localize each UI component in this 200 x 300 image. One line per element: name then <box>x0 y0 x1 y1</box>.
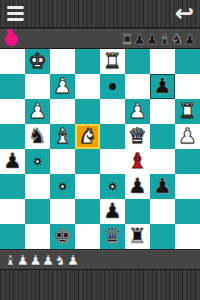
unsafe-move-star <box>33 157 43 167</box>
piece-white-pawn-f6[interactable]: ♟ <box>128 99 147 124</box>
piece-black-rook-f1[interactable]: ♜ <box>128 224 147 249</box>
square-g7[interactable]: ♟ <box>150 74 175 99</box>
square-e2[interactable]: ♟ <box>100 199 125 224</box>
square-h2[interactable] <box>175 199 200 224</box>
square-g8[interactable] <box>150 49 175 74</box>
hamburger-icon <box>7 6 24 9</box>
square-b4[interactable] <box>25 149 50 174</box>
piece-black-king-c1[interactable]: ♚ <box>53 224 72 249</box>
square-a5[interactable] <box>0 124 25 149</box>
piece-black-queen-e1[interactable]: ♛ <box>103 224 122 249</box>
square-a3[interactable] <box>0 174 25 199</box>
top-bar: ↩ <box>0 0 200 28</box>
square-d8[interactable] <box>75 49 100 74</box>
square-e3[interactable] <box>100 174 125 199</box>
square-e5[interactable] <box>100 124 125 149</box>
square-c8[interactable] <box>50 49 75 74</box>
piece-white-pawn-c7[interactable]: ♟ <box>53 74 72 99</box>
square-g5[interactable] <box>150 124 175 149</box>
captured-piece-bishop: ♝ <box>158 29 171 49</box>
captured-piece-knight: ♞ <box>54 250 67 270</box>
hamburger-icon <box>7 18 24 21</box>
piece-white-knight-d5[interactable]: ♞ <box>78 124 97 149</box>
square-b7[interactable] <box>25 74 50 99</box>
captured-piece-pawn: ♟ <box>183 29 196 49</box>
square-f2[interactable] <box>125 199 150 224</box>
square-f1[interactable]: ♜ <box>125 224 150 249</box>
square-h6[interactable]: ♜ <box>175 99 200 124</box>
square-a6[interactable] <box>0 99 25 124</box>
piece-white-pawn-b6[interactable]: ♟ <box>28 99 47 124</box>
square-e4[interactable] <box>100 149 125 174</box>
piece-black-knight-b5[interactable]: ♞ <box>28 124 47 149</box>
square-a8[interactable] <box>0 49 25 74</box>
square-h7[interactable] <box>175 74 200 99</box>
captured-piece-rook: ♜ <box>121 29 134 49</box>
captured-pieces-tray-bottom: ♝♟♟♟♞♟ <box>0 249 200 270</box>
square-g6[interactable] <box>150 99 175 124</box>
undo-button[interactable]: ↩ <box>175 0 194 27</box>
square-d3[interactable] <box>75 174 100 199</box>
captured-pieces-tray-top: ♜♟♟♝♞♟ <box>0 28 200 49</box>
square-f6[interactable]: ♟ <box>125 99 150 124</box>
square-f5[interactable]: ♛ <box>125 124 150 149</box>
captured-white-pieces: ♝♟♟♟♞♟ <box>4 250 79 270</box>
chess-board: ♚♜♟♟♟♟♜♞♝♞♛♟♟♝♟♟♟♚♛♜ <box>0 49 200 249</box>
piece-black-pawn-f3[interactable]: ♟ <box>128 174 147 199</box>
square-c4[interactable] <box>50 149 75 174</box>
unsafe-move-star <box>58 182 68 192</box>
square-d7[interactable] <box>75 74 100 99</box>
piece-white-queen-f5[interactable]: ♛ <box>128 124 147 149</box>
piece-white-rook-e8[interactable]: ♜ <box>103 49 122 74</box>
captured-piece-pawn: ♟ <box>42 250 55 270</box>
piece-black-bishop-f4[interactable]: ♝ <box>128 149 147 174</box>
square-a4[interactable]: ♟ <box>0 149 25 174</box>
square-f4[interactable]: ♝ <box>125 149 150 174</box>
square-b3[interactable] <box>25 174 50 199</box>
square-f3[interactable]: ♟ <box>125 174 150 199</box>
square-b5[interactable]: ♞ <box>25 124 50 149</box>
square-g2[interactable] <box>150 199 175 224</box>
square-h4[interactable] <box>175 149 200 174</box>
square-h3[interactable] <box>175 174 200 199</box>
hamburger-icon <box>7 12 24 15</box>
square-c5[interactable]: ♝ <box>50 124 75 149</box>
captured-piece-pawn: ♟ <box>133 29 146 49</box>
unsafe-move-star <box>108 182 118 192</box>
piece-white-king-b8[interactable]: ♚ <box>28 49 47 74</box>
captured-piece-pawn: ♟ <box>67 250 80 270</box>
captured-piece-bishop: ♝ <box>4 250 17 270</box>
square-c6[interactable] <box>50 99 75 124</box>
captured-black-pieces: ♜♟♟♝♞♟ <box>121 29 196 49</box>
captured-piece-pawn: ♟ <box>29 250 42 270</box>
pink-bomb-icon <box>5 33 18 46</box>
piece-black-pawn-e2[interactable]: ♟ <box>103 199 122 224</box>
square-e6[interactable] <box>100 99 125 124</box>
piece-white-bishop-c5[interactable]: ♝ <box>53 124 72 149</box>
square-a7[interactable] <box>0 74 25 99</box>
square-h5[interactable]: ♟ <box>175 124 200 149</box>
square-c3[interactable] <box>50 174 75 199</box>
square-b8[interactable]: ♚ <box>25 49 50 74</box>
square-b1[interactable] <box>25 224 50 249</box>
square-b6[interactable]: ♟ <box>25 99 50 124</box>
square-d2[interactable] <box>75 199 100 224</box>
square-d1[interactable] <box>75 224 100 249</box>
square-d6[interactable] <box>75 99 100 124</box>
square-d4[interactable] <box>75 149 100 174</box>
square-e8[interactable]: ♜ <box>100 49 125 74</box>
square-b2[interactable] <box>25 199 50 224</box>
square-d5[interactable]: ♞ <box>75 124 100 149</box>
captured-piece-pawn: ♟ <box>17 250 30 270</box>
piece-black-pawn-a4[interactable]: ♟ <box>3 149 22 174</box>
captured-piece-knight: ♞ <box>171 29 184 49</box>
menu-button[interactable] <box>7 6 24 21</box>
square-g1[interactable] <box>150 224 175 249</box>
square-c2[interactable] <box>50 199 75 224</box>
chess-app: ↩ ♜♟♟♝♞♟ ♚♜♟♟♟♟♜♞♝♞♛♟♟♝♟♟♟♚♛♜ ♝♟♟♟♞♟ <box>0 0 200 300</box>
square-f8[interactable] <box>125 49 150 74</box>
piece-white-rook-h6[interactable]: ♜ <box>178 99 197 124</box>
square-f7[interactable] <box>125 74 150 99</box>
captured-piece-pawn: ♟ <box>146 29 159 49</box>
piece-black-pawn-g3[interactable]: ♟ <box>153 174 172 199</box>
square-a2[interactable] <box>0 199 25 224</box>
square-a1[interactable] <box>0 224 25 249</box>
piece-black-pawn-g7[interactable]: ♟ <box>153 74 172 99</box>
piece-white-pawn-h5[interactable]: ♟ <box>178 124 197 149</box>
square-h8[interactable] <box>175 49 200 74</box>
square-c7[interactable]: ♟ <box>50 74 75 99</box>
undo-icon: ↩ <box>175 0 194 26</box>
square-h1[interactable] <box>175 224 200 249</box>
square-e1[interactable]: ♛ <box>100 224 125 249</box>
bottom-bar <box>0 270 200 300</box>
square-e7[interactable] <box>100 74 125 99</box>
square-g4[interactable] <box>150 149 175 174</box>
safe-move-dot <box>109 83 116 90</box>
square-g3[interactable]: ♟ <box>150 174 175 199</box>
square-c1[interactable]: ♚ <box>50 224 75 249</box>
